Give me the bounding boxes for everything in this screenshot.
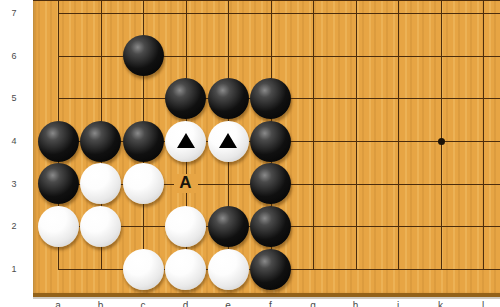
black-stone-c4[interactable]: [123, 121, 164, 162]
board-bottom-shadow: [33, 297, 500, 299]
grid-line-col-g: [313, 0, 314, 270]
black-stone-f2[interactable]: [250, 206, 291, 247]
black-stone-f5[interactable]: [250, 78, 291, 119]
black-stone-a3[interactable]: [38, 163, 79, 204]
column-label-j: j: [390, 300, 406, 307]
column-label-l: l: [475, 300, 491, 307]
triangle-mark-d4: [177, 133, 195, 148]
grid-line-col-h: [356, 0, 357, 270]
white-stone-e1[interactable]: [208, 249, 249, 290]
black-stone-f4[interactable]: [250, 121, 291, 162]
column-label-f: f: [263, 300, 279, 307]
white-stone-a2[interactable]: [38, 206, 79, 247]
column-label-b: b: [93, 300, 109, 307]
row-label-7: 7: [6, 8, 22, 18]
black-stone-b4[interactable]: [80, 121, 121, 162]
row-label-6: 6: [6, 51, 22, 61]
star-point-k4: [438, 138, 445, 145]
go-board[interactable]: A: [33, 0, 500, 297]
white-stone-d1[interactable]: [165, 249, 206, 290]
black-stone-e2[interactable]: [208, 206, 249, 247]
black-stone-c6[interactable]: [123, 35, 164, 76]
black-stone-d5[interactable]: [165, 78, 206, 119]
row-label-1: 1: [6, 264, 22, 274]
go-diagram: A 7654321 abcdefghjkl: [0, 0, 500, 307]
column-label-g: g: [305, 300, 321, 307]
grid-line-top-cropped: [33, 0, 500, 1]
row-label-2: 2: [6, 221, 22, 231]
white-stone-b3[interactable]: [80, 163, 121, 204]
triangle-mark-e4: [219, 133, 237, 148]
point-label-d3[interactable]: A: [174, 174, 198, 193]
column-label-h: h: [348, 300, 364, 307]
white-stone-c3[interactable]: [123, 163, 164, 204]
column-label-a: a: [50, 300, 66, 307]
column-label-d: d: [178, 300, 194, 307]
grid-line-col-j: [398, 0, 399, 270]
grid-line-col-k: [441, 0, 442, 270]
black-stone-e5[interactable]: [208, 78, 249, 119]
white-stone-b2[interactable]: [80, 206, 121, 247]
row-label-4: 4: [6, 136, 22, 146]
grid-line-col-l: [483, 0, 484, 270]
black-stone-f3[interactable]: [250, 163, 291, 204]
column-label-c: c: [135, 300, 151, 307]
black-stone-f1[interactable]: [250, 249, 291, 290]
column-label-e: e: [220, 300, 236, 307]
white-stone-c1[interactable]: [123, 249, 164, 290]
row-label-3: 3: [6, 179, 22, 189]
white-stone-d2[interactable]: [165, 206, 206, 247]
row-label-5: 5: [6, 93, 22, 103]
black-stone-a4[interactable]: [38, 121, 79, 162]
column-label-k: k: [433, 300, 449, 307]
grid-line-row-7: [58, 13, 500, 14]
